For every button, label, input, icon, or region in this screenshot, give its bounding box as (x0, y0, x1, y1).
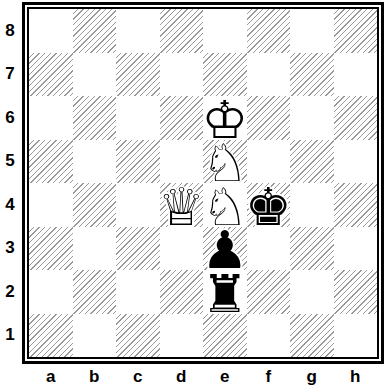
square-b7 (73, 53, 117, 97)
square-c6 (116, 96, 160, 140)
square-d1 (160, 314, 204, 358)
rank-label-1: 1 (0, 314, 20, 358)
square-a4 (29, 183, 73, 227)
square-a5 (29, 140, 73, 184)
square-d8 (160, 9, 204, 53)
square-a6 (29, 96, 73, 140)
white-knight-e4: ♞♘ (203, 183, 247, 227)
rank-label-3: 3 (0, 227, 20, 271)
square-b8 (73, 9, 117, 53)
rank-labels: 87654321 (0, 9, 20, 357)
rank-label-2: 2 (0, 270, 20, 314)
square-a2 (29, 270, 73, 314)
square-b4 (73, 183, 117, 227)
white-queen-d4: ♛♕ (160, 183, 204, 227)
square-d5 (160, 140, 204, 184)
file-labels: abcdefgh (29, 365, 377, 388)
square-f8 (247, 9, 291, 53)
square-e4: ♞♘ (203, 183, 247, 227)
file-label-c: c (116, 365, 160, 388)
file-label-d: d (160, 365, 204, 388)
file-label-f: f (247, 365, 291, 388)
square-d6 (160, 96, 204, 140)
rank-label-7: 7 (0, 53, 20, 97)
square-c1 (116, 314, 160, 358)
square-d2 (160, 270, 204, 314)
rank-label-8: 8 (0, 9, 20, 53)
rank-label-4: 4 (0, 183, 20, 227)
rank-label-5: 5 (0, 140, 20, 184)
square-h3 (334, 227, 378, 271)
black-pawn-e3: ♟ (203, 227, 247, 271)
square-g1 (290, 314, 334, 358)
file-label-g: g (290, 365, 334, 388)
square-h8 (334, 9, 378, 53)
square-g8 (290, 9, 334, 53)
square-h1 (334, 314, 378, 358)
white-king-e6: ♚♔ (203, 96, 247, 140)
white-knight-e5: ♞♘ (203, 140, 247, 184)
square-a3 (29, 227, 73, 271)
square-b2 (73, 270, 117, 314)
square-f5 (247, 140, 291, 184)
square-f4: ♚ (247, 183, 291, 227)
black-king-f4: ♚ (247, 183, 291, 227)
square-c8 (116, 9, 160, 53)
file-label-h: h (334, 365, 378, 388)
square-d3 (160, 227, 204, 271)
board-frame: ♚♔♞♘♛♕♞♘♚♟♜ (22, 2, 384, 364)
square-e3: ♟ (203, 227, 247, 271)
square-b1 (73, 314, 117, 358)
square-h2 (334, 270, 378, 314)
board: ♚♔♞♘♛♕♞♘♚♟♜ (27, 7, 379, 359)
square-f6 (247, 96, 291, 140)
rank-label-6: 6 (0, 96, 20, 140)
square-h4 (334, 183, 378, 227)
square-d4: ♛♕ (160, 183, 204, 227)
square-c2 (116, 270, 160, 314)
square-a8 (29, 9, 73, 53)
square-e5: ♞♘ (203, 140, 247, 184)
square-d7 (160, 53, 204, 97)
square-b3 (73, 227, 117, 271)
square-g7 (290, 53, 334, 97)
file-label-a: a (29, 365, 73, 388)
square-h5 (334, 140, 378, 184)
square-c5 (116, 140, 160, 184)
square-e7 (203, 53, 247, 97)
square-g5 (290, 140, 334, 184)
square-b5 (73, 140, 117, 184)
square-e1 (203, 314, 247, 358)
square-c7 (116, 53, 160, 97)
square-c4 (116, 183, 160, 227)
square-g3 (290, 227, 334, 271)
square-b6 (73, 96, 117, 140)
file-label-b: b (73, 365, 117, 388)
square-e6: ♚♔ (203, 96, 247, 140)
black-rook-e2: ♜ (203, 270, 247, 314)
chess-diagram: 87654321 ♚♔♞♘♛♕♞♘♚♟♜ abcdefgh (0, 0, 386, 389)
square-g4 (290, 183, 334, 227)
square-f7 (247, 53, 291, 97)
square-f1 (247, 314, 291, 358)
file-label-e: e (203, 365, 247, 388)
square-g2 (290, 270, 334, 314)
square-a1 (29, 314, 73, 358)
square-c3 (116, 227, 160, 271)
square-e2: ♜ (203, 270, 247, 314)
square-g6 (290, 96, 334, 140)
square-h7 (334, 53, 378, 97)
square-f3 (247, 227, 291, 271)
square-h6 (334, 96, 378, 140)
square-e8 (203, 9, 247, 53)
square-a7 (29, 53, 73, 97)
square-f2 (247, 270, 291, 314)
